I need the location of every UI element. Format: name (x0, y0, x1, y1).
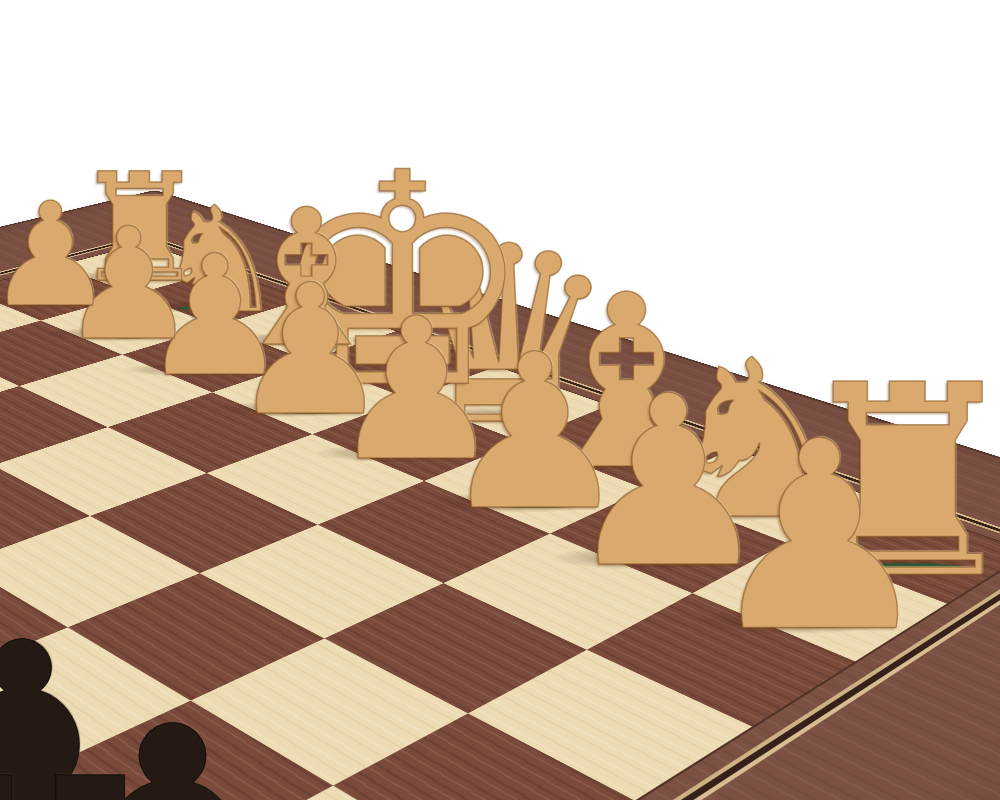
piece-white-pawn-h2[interactable]: ♟ (0, 184, 115, 328)
piece-black-rook-a8[interactable]: ♜ (0, 714, 212, 800)
piece-black-knight-b8[interactable]: ♞ (0, 663, 17, 800)
photo-stage: ♜♞♝♛♚♝♞♜♟♟♟♟♟♟♟♟♟♟♟♟♟♟♟♟♜♞♝♛♚♝♞♜ (0, 0, 1000, 800)
